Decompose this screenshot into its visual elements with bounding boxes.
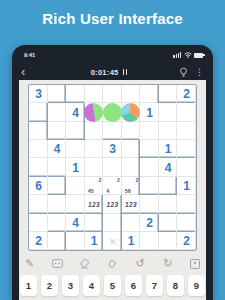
back-button[interactable]: ‹ [21, 65, 41, 78]
menu-kebab-icon[interactable]: ⋮ [195, 68, 204, 77]
cell-r7c9[interactable] [177, 195, 196, 213]
cell-r1c1[interactable]: 3 [29, 85, 48, 103]
tool-row: ✎↺↻ [23, 256, 203, 271]
pause-button[interactable] [123, 69, 128, 75]
cell-r3c2[interactable] [48, 122, 67, 140]
cell-r8c4[interactable] [85, 214, 104, 232]
cell-r6c1[interactable]: 6 [29, 177, 48, 195]
cell-r5c9[interactable] [177, 158, 196, 176]
numpad-key-8[interactable]: 8 [167, 275, 184, 296]
center-note: 123 [106, 201, 118, 208]
cell-r8c2[interactable] [48, 214, 67, 232]
hint-circle-green [103, 103, 122, 122]
banner-title: Rich User Interface [0, 10, 225, 27]
cell-r3c5[interactable] [103, 122, 122, 140]
cell-r6c6[interactable]: 256 [122, 177, 141, 195]
cell-r2c5[interactable] [103, 103, 122, 121]
cell-r1c4[interactable] [85, 85, 104, 103]
cell-r5c1[interactable] [29, 158, 48, 176]
cell-r7c2[interactable] [48, 195, 67, 213]
cell-r2c9[interactable] [177, 103, 196, 121]
center-note: 123 [125, 201, 137, 208]
placed-digit: 2 [146, 216, 153, 230]
cell-r7c8[interactable] [159, 195, 178, 213]
cell-r1c5[interactable] [103, 85, 122, 103]
cell-r7c7[interactable] [140, 195, 159, 213]
cell-r1c8[interactable] [159, 85, 178, 103]
cell-r9c8[interactable] [159, 232, 178, 250]
cell-r1c9[interactable]: 2 [177, 85, 196, 103]
redo-icon[interactable]: ↻ [161, 257, 175, 271]
cell-r6c5[interactable]: 24 [103, 177, 122, 195]
placed-digit: 1 [165, 142, 172, 156]
placed-digit: 3 [109, 142, 116, 156]
numpad-key-1[interactable]: 1 [20, 275, 37, 296]
placed-digit: 1 [72, 161, 79, 175]
timer-group: 0:01:45 [41, 68, 177, 77]
cell-r3c8[interactable] [159, 122, 178, 140]
puzzle-board: 32414311462452425611231231234221×12 [28, 84, 197, 251]
cell-r4c3[interactable] [66, 140, 85, 158]
placed-digit: 4 [165, 161, 172, 175]
app-content: 32414311462452425611231231234221×12 ✎↺↻ … [19, 80, 206, 300]
cell-r6c4[interactable]: 245 [85, 177, 104, 195]
center-note: 123 [88, 201, 100, 208]
numpad-key-3[interactable]: 3 [62, 275, 79, 296]
numpad-key-6[interactable]: 6 [125, 275, 142, 296]
cell-r1c7[interactable] [140, 85, 159, 103]
undo-icon[interactable]: ↺ [133, 257, 147, 271]
cross-mark: × [109, 234, 117, 249]
corner-note-topright: 2 [135, 177, 138, 183]
cell-r5c6[interactable] [122, 158, 141, 176]
numpad-key-2[interactable]: 2 [41, 275, 58, 296]
cell-r6c8[interactable] [159, 177, 178, 195]
cell-r8c5[interactable] [103, 214, 122, 232]
cell-r1c3[interactable] [66, 85, 85, 103]
cell-r7c6[interactable]: 123 [122, 195, 141, 213]
cell-r2c4[interactable] [85, 103, 104, 121]
placed-digit: 1 [183, 179, 190, 193]
placed-digit: 1 [128, 234, 135, 248]
placed-digit: 4 [54, 142, 61, 156]
numpad-key-4[interactable]: 4 [83, 275, 100, 296]
placed-digit: 3 [35, 87, 42, 101]
cell-r2c2[interactable] [48, 103, 67, 121]
cell-r4c5[interactable]: 3 [103, 140, 122, 158]
cell-r4c6[interactable] [122, 140, 141, 158]
cell-r2c7[interactable]: 1 [140, 103, 159, 121]
hint-lightbulb-icon[interactable] [179, 67, 188, 78]
cell-r3c7[interactable] [140, 122, 159, 140]
cell-r2c3[interactable]: 4 [66, 103, 85, 121]
cell-r2c1[interactable] [29, 103, 48, 121]
wifi-icon [184, 52, 192, 58]
cell-r4c4[interactable] [85, 140, 104, 158]
cell-r9c3[interactable] [66, 232, 85, 250]
cell-r7c3[interactable] [66, 195, 85, 213]
pencil-icon[interactable]: ✎ [23, 257, 37, 271]
screenshot: Rich User Interface 9:41 ‹ 0:01:45 [0, 0, 225, 300]
cell-r3c9[interactable] [177, 122, 196, 140]
cell-r7c4[interactable]: 123 [85, 195, 104, 213]
corner-note-topright: 2 [117, 177, 120, 183]
status-icons [173, 52, 203, 58]
cell-r9c1[interactable]: 2 [29, 232, 48, 250]
cell-r1c6[interactable] [122, 85, 141, 103]
placed-digit: 4 [72, 106, 79, 120]
cell-r7c1[interactable] [29, 195, 48, 213]
cell-r2c8[interactable] [159, 103, 178, 121]
cell-r8c6[interactable] [122, 214, 141, 232]
cell-r6c3[interactable] [66, 177, 85, 195]
corner-note-bottomleft: 4 [106, 188, 109, 194]
cell-r3c1[interactable] [29, 122, 48, 140]
header-actions: ⋮ [177, 67, 204, 78]
hint-circle-magenta-green [84, 103, 103, 122]
placed-digit: 6 [35, 179, 42, 193]
numpad-key-5[interactable]: 5 [104, 275, 121, 296]
cell-r4c8[interactable]: 1 [159, 140, 178, 158]
number-pad: 123456789 [20, 275, 205, 296]
cell-r6c2[interactable] [48, 177, 67, 195]
eraser-icon[interactable] [78, 257, 92, 271]
cell-r5c4[interactable] [85, 158, 104, 176]
status-time: 9:41 [24, 52, 35, 58]
notes-icon[interactable] [50, 257, 64, 271]
cell-r3c4[interactable] [85, 122, 104, 140]
cell-r5c7[interactable] [140, 158, 159, 176]
cell-r8c7[interactable]: 2 [140, 214, 159, 232]
placed-digit: 1 [91, 234, 98, 248]
numpad-key-9[interactable]: 9 [188, 275, 205, 296]
corner-note-bottomleft: 45 [88, 188, 94, 194]
cell-r1c2[interactable] [48, 85, 67, 103]
cell-r9c5[interactable]: × [103, 232, 122, 250]
cell-r8c1[interactable] [29, 214, 48, 232]
cell-r9c6[interactable]: 1 [122, 232, 141, 250]
cell-r9c2[interactable] [48, 232, 67, 250]
cell-r4c1[interactable] [29, 140, 48, 158]
cell-r8c9[interactable] [177, 214, 196, 232]
cell-r6c9[interactable]: 1 [177, 177, 196, 195]
cell-r5c3[interactable]: 1 [66, 158, 85, 176]
signal-icon [173, 52, 181, 57]
placed-digit: 2 [183, 87, 190, 101]
corner-note-bottomleft: 56 [125, 188, 131, 194]
timer-text: 0:01:45 [91, 68, 119, 77]
cell-r8c3[interactable]: 4 [66, 214, 85, 232]
placed-digit: 2 [183, 234, 190, 248]
cell-r5c8[interactable]: 4 [159, 158, 178, 176]
cell-r9c7[interactable] [140, 232, 159, 250]
cell-r5c5[interactable] [103, 158, 122, 176]
board-dot-icon[interactable] [188, 257, 202, 271]
device-mockup: 9:41 ‹ 0:01:45 [12, 45, 213, 300]
cell-r3c6[interactable] [122, 122, 141, 140]
placed-digit: 2 [35, 234, 42, 248]
clean-icon[interactable] [105, 257, 119, 271]
cell-r9c4[interactable]: 1 [85, 232, 104, 250]
placed-digit: 1 [146, 106, 153, 120]
cell-r4c9[interactable] [177, 140, 196, 158]
cell-r5c2[interactable] [48, 158, 67, 176]
hint-circle-pie [121, 103, 140, 122]
cell-r8c8[interactable] [159, 214, 178, 232]
status-bar: 9:41 [12, 45, 213, 61]
cell-r7c5[interactable]: 123 [103, 195, 122, 213]
cell-r6c7[interactable] [140, 177, 159, 195]
corner-note-topright: 2 [98, 177, 101, 183]
cell-r4c7[interactable] [140, 140, 159, 158]
cell-r3c3[interactable] [66, 122, 85, 140]
cell-r2c6[interactable] [122, 103, 141, 121]
numpad-key-7[interactable]: 7 [146, 275, 163, 296]
cell-r9c9[interactable]: 2 [177, 232, 196, 250]
battery-icon [194, 53, 203, 58]
placed-digit: 4 [72, 216, 79, 230]
cell-r4c2[interactable]: 4 [48, 140, 67, 158]
